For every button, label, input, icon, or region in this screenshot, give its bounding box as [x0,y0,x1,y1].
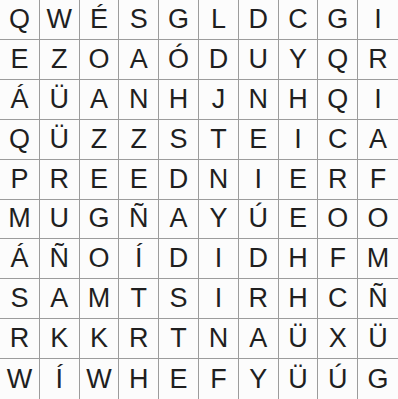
grid-cell[interactable]: F [318,239,358,279]
grid-cell[interactable]: Ñ [358,279,398,319]
grid-cell[interactable]: Y [199,200,239,240]
grid-cell[interactable]: Ó [159,40,199,80]
grid-cell[interactable]: E [279,200,319,240]
grid-cell[interactable]: S [119,0,159,40]
grid-cell[interactable]: G [159,0,199,40]
grid-cell[interactable]: G [80,200,120,240]
grid-cell[interactable]: U [239,40,279,80]
grid-cell[interactable]: S [0,279,40,319]
grid-cell[interactable]: C [279,0,319,40]
grid-cell[interactable]: H [279,80,319,120]
grid-cell[interactable]: A [80,80,120,120]
grid-cell[interactable]: J [199,80,239,120]
grid-cell[interactable]: N [239,80,279,120]
grid-cell[interactable]: N [119,80,159,120]
grid-cell[interactable]: U [40,200,80,240]
grid-cell[interactable]: R [358,40,398,80]
grid-cell[interactable]: E [119,160,159,200]
grid-cell[interactable]: F [358,160,398,200]
grid-cell[interactable]: Ü [279,319,319,359]
grid-cell[interactable]: O [80,40,120,80]
grid-cell[interactable]: M [0,200,40,240]
grid-cell[interactable]: D [199,40,239,80]
grid-cell[interactable]: M [358,239,398,279]
grid-cell[interactable]: I [199,279,239,319]
grid-cell[interactable]: Q [0,0,40,40]
grid-cell[interactable]: Ú [239,200,279,240]
grid-cell[interactable]: Í [119,239,159,279]
grid-cell[interactable]: E [159,359,199,399]
grid-cell[interactable]: T [159,319,199,359]
grid-cell[interactable]: E [0,40,40,80]
grid-cell[interactable]: H [159,80,199,120]
grid-cell[interactable]: K [80,319,120,359]
grid-cell[interactable]: P [0,160,40,200]
grid-cell[interactable]: O [358,200,398,240]
grid-cell[interactable]: S [159,120,199,160]
grid-cell[interactable]: D [239,0,279,40]
grid-cell[interactable]: X [318,319,358,359]
grid-cell[interactable]: T [199,120,239,160]
grid-cell[interactable]: I [358,80,398,120]
grid-cell[interactable]: Y [279,40,319,80]
grid-cell[interactable]: G [318,0,358,40]
grid-cell[interactable]: H [279,239,319,279]
grid-cell[interactable]: I [239,160,279,200]
grid-cell[interactable]: Q [318,80,358,120]
grid-cell[interactable]: H [279,279,319,319]
grid-cell[interactable]: A [358,120,398,160]
grid-cell[interactable]: R [318,160,358,200]
grid-cell[interactable]: E [279,160,319,200]
grid-cell[interactable]: E [239,120,279,160]
grid-cell[interactable]: M [80,279,120,319]
grid-cell[interactable]: Q [318,40,358,80]
grid-cell[interactable]: Ñ [40,239,80,279]
grid-cell[interactable]: Á [0,239,40,279]
grid-cell[interactable]: H [119,359,159,399]
grid-cell[interactable]: C [318,120,358,160]
grid-cell[interactable]: É [80,0,120,40]
grid-cell[interactable]: L [199,0,239,40]
grid-cell[interactable]: A [159,200,199,240]
grid-cell[interactable]: O [318,200,358,240]
grid-cell[interactable]: Ü [358,319,398,359]
grid-cell[interactable]: Ñ [119,200,159,240]
grid-cell[interactable]: Í [40,359,80,399]
grid-cell[interactable]: Ü [279,359,319,399]
grid-cell[interactable]: Q [0,120,40,160]
grid-cell[interactable]: A [119,40,159,80]
grid-cell[interactable]: R [40,160,80,200]
grid-cell[interactable]: R [0,319,40,359]
grid-cell[interactable]: N [199,319,239,359]
grid-cell[interactable]: E [80,160,120,200]
grid-cell[interactable]: Y [239,359,279,399]
grid-cell[interactable]: W [0,359,40,399]
grid-cell[interactable]: N [199,160,239,200]
grid-cell[interactable]: Á [0,80,40,120]
grid-cell[interactable]: Z [119,120,159,160]
grid-cell[interactable]: D [159,239,199,279]
grid-cell[interactable]: A [40,279,80,319]
grid-cell[interactable]: W [40,0,80,40]
grid-cell[interactable]: D [239,239,279,279]
grid-cell[interactable]: Z [40,40,80,80]
grid-cell[interactable]: G [358,359,398,399]
grid-cell[interactable]: T [119,279,159,319]
grid-cell[interactable]: A [239,319,279,359]
grid-cell[interactable]: K [40,319,80,359]
grid-cell[interactable]: R [239,279,279,319]
grid-cell[interactable]: Ü [40,80,80,120]
grid-cell[interactable]: S [159,279,199,319]
word-search-board: QWÉSGLDCGIEZOAÓDUYQRÁÜANHJNHQIQÜZZSTEICA… [0,0,398,399]
grid-cell[interactable]: F [199,359,239,399]
grid-cell[interactable]: O [80,239,120,279]
grid-cell[interactable]: Z [80,120,120,160]
grid-cell[interactable]: D [159,160,199,200]
grid-cell[interactable]: W [80,359,120,399]
grid-cell[interactable]: C [318,279,358,319]
grid-cell[interactable]: Ú [318,359,358,399]
grid-cell[interactable]: I [358,0,398,40]
grid-cell[interactable]: R [119,319,159,359]
grid-cell[interactable]: I [279,120,319,160]
grid-cell[interactable]: I [199,239,239,279]
grid-cell[interactable]: Ü [40,120,80,160]
